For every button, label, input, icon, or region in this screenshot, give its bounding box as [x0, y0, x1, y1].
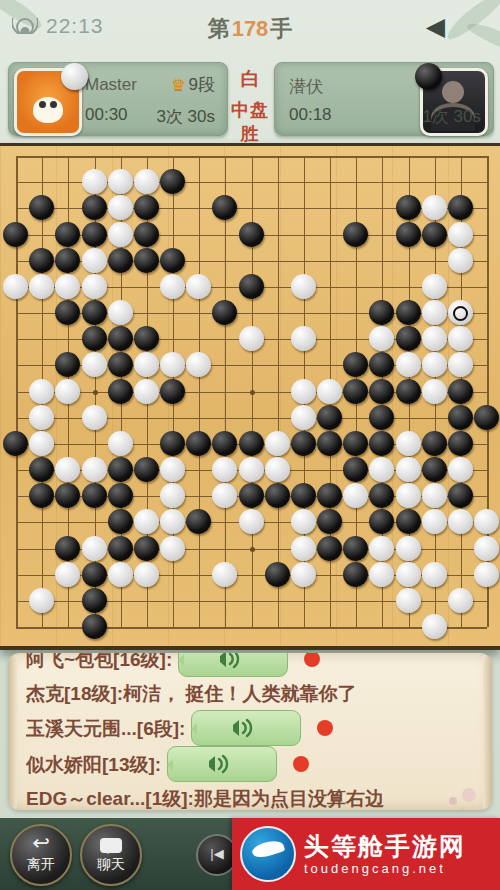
chat-user: 玉溪天元围...: [26, 718, 137, 739]
white-stone: [448, 300, 473, 325]
goban: [0, 143, 500, 650]
black-stone: [82, 195, 107, 220]
white-stone: [369, 457, 394, 482]
black-stone: [82, 562, 107, 587]
black-stone: [82, 222, 107, 247]
rank-crown-icon: ♛: [171, 76, 185, 93]
chat-user-tag: [16级]:: [113, 653, 172, 670]
black-stone: [212, 300, 237, 325]
speaker-waves-icon: [230, 717, 260, 739]
white-stone: [422, 562, 447, 587]
chat-zone: 阿飞~包包[16级]: 杰克[18级]:柯洁， 挺住！人类就靠你了 玉溪天元围.…: [0, 643, 500, 818]
white-stone: [396, 352, 421, 377]
black-player-name: 潜伏: [289, 75, 323, 98]
black-main-time: 00:18: [289, 105, 332, 125]
black-stone: [474, 405, 499, 430]
black-stone: [396, 326, 421, 351]
white-stone: [82, 352, 107, 377]
white-stone: [291, 379, 316, 404]
chat-message: 玉溪天元围...[6段]:: [26, 710, 480, 746]
black-stone: [239, 222, 264, 247]
move-suffix: 手: [270, 16, 292, 41]
game-result: 白 中盘胜: [226, 66, 274, 146]
black-stone: [343, 379, 368, 404]
black-stone: [317, 509, 342, 534]
voice-message-bubble[interactable]: [191, 710, 301, 746]
black-stone: [265, 562, 290, 587]
white-stone: [448, 222, 473, 247]
black-stone: [448, 195, 473, 220]
chat-text: 柯洁， 挺住！人类就靠你了: [123, 683, 356, 704]
white-stone: [55, 274, 80, 299]
black-stone: [134, 222, 159, 247]
leave-arrow-icon: ↩: [12, 830, 70, 856]
chat-messages: 阿飞~包包[16级]: 杰克[18级]:柯洁， 挺住！人类就靠你了 玉溪天元围.…: [26, 653, 480, 810]
black-stone: [3, 431, 28, 456]
white-stone: [29, 431, 54, 456]
white-stone: [291, 326, 316, 351]
white-stone: [448, 248, 473, 273]
black-stone: [317, 431, 342, 456]
black-stone: [212, 195, 237, 220]
move-prefix: 第: [208, 16, 230, 41]
white-stone: [422, 274, 447, 299]
watermark-banner: 头等舱手游网 toudengcang.net: [232, 818, 500, 890]
black-stone: [448, 431, 473, 456]
black-stone: [396, 222, 421, 247]
black-stone: [265, 483, 290, 508]
black-stone: [396, 195, 421, 220]
black-stone: [239, 483, 264, 508]
watermark-logo-icon: [240, 826, 296, 882]
white-stone: [291, 562, 316, 587]
black-stone: [369, 431, 394, 456]
white-player-rank: ♛9段: [171, 73, 215, 96]
white-stone: [317, 379, 342, 404]
black-stone: [448, 379, 473, 404]
chat-user-tag: [13级]:: [102, 754, 161, 775]
black-stone: [396, 379, 421, 404]
white-stone: [448, 509, 473, 534]
black-stone: [212, 431, 237, 456]
black-stone: [448, 405, 473, 430]
black-stone: [82, 588, 107, 613]
black-stone: [422, 222, 447, 247]
white-stone: [291, 405, 316, 430]
black-stone: [343, 431, 368, 456]
white-stone: [422, 300, 447, 325]
white-stone: [422, 195, 447, 220]
white-stone: [369, 326, 394, 351]
white-stone: [160, 274, 185, 299]
chat-message: 似水娇阳[13级]:: [26, 746, 480, 782]
black-stone: [343, 536, 368, 561]
white-stone: [291, 536, 316, 561]
white-stone: [369, 562, 394, 587]
black-stone: [108, 483, 133, 508]
player-panel-black: 潜伏 ♛9段 00:18 1次 30s: [274, 62, 494, 136]
white-stone: [212, 562, 237, 587]
white-stone: [396, 483, 421, 508]
player-bar: Master ♛9段 00:30 3次 30s 白 中盘胜 潜伏 ♛9段 00:…: [0, 54, 500, 142]
black-stone: [317, 536, 342, 561]
white-stone: [474, 536, 499, 561]
chat-user: 阿飞~包包: [26, 653, 113, 670]
white-stone: [160, 483, 185, 508]
black-stone: [29, 483, 54, 508]
white-stone: [422, 614, 447, 639]
black-stone: [134, 536, 159, 561]
black-stone: [82, 614, 107, 639]
black-stone: [396, 300, 421, 325]
back-button[interactable]: ◀: [426, 12, 445, 41]
black-stone: [422, 431, 447, 456]
black-stone: [186, 509, 211, 534]
white-player-name: Master: [85, 75, 137, 95]
white-stone: [29, 405, 54, 430]
white-stone: [396, 431, 421, 456]
white-main-time: 00:30: [85, 105, 128, 125]
black-stone: [239, 274, 264, 299]
white-stone: [55, 457, 80, 482]
white-stone: [422, 326, 447, 351]
white-stone: [239, 326, 264, 351]
white-stone: [265, 431, 290, 456]
white-stone: [186, 274, 211, 299]
white-stone: [448, 588, 473, 613]
white-stone: [396, 536, 421, 561]
white-stone: [108, 222, 133, 247]
black-stone: [422, 457, 447, 482]
black-stone: [55, 536, 80, 561]
white-stone: [448, 326, 473, 351]
black-stone: [55, 483, 80, 508]
white-stone: [396, 588, 421, 613]
black-stone: [55, 300, 80, 325]
white-stone: [160, 457, 185, 482]
blossom-decoration: [462, 788, 476, 802]
speaker-waves-icon: [217, 653, 247, 670]
last-move-marker: [453, 306, 468, 321]
white-stone: [29, 274, 54, 299]
chat-message: EDG～clear...[1级]:那是因为点目没算右边: [26, 782, 480, 810]
chat-user: 杰克: [26, 683, 64, 704]
black-stone: [343, 562, 368, 587]
white-stone: [291, 274, 316, 299]
chat-user-tag: [6段]:: [137, 718, 186, 739]
white-stone-badge-icon: [61, 63, 88, 90]
star-point: [250, 547, 255, 552]
grid-line: [278, 156, 279, 627]
white-stone: [29, 379, 54, 404]
white-stone: [108, 562, 133, 587]
black-stone: [55, 248, 80, 273]
chat-message: 阿飞~包包[16级]:: [26, 653, 480, 677]
black-stone: [134, 457, 159, 482]
black-stone: [186, 431, 211, 456]
black-stone-badge-icon: [415, 63, 442, 90]
move-number: 178: [230, 16, 271, 41]
voice-message-bubble[interactable]: [167, 746, 277, 782]
black-stone: [369, 379, 394, 404]
black-stone: [369, 352, 394, 377]
white-stone: [134, 379, 159, 404]
white-stone: [239, 457, 264, 482]
black-stone: [108, 379, 133, 404]
white-stone: [55, 562, 80, 587]
unread-dot: [293, 756, 309, 772]
status-bar: 22:13 第178手 ◀: [0, 0, 500, 52]
black-stone: [134, 326, 159, 351]
white-stone: [29, 588, 54, 613]
white-stone: [108, 300, 133, 325]
speaker-waves-icon: [206, 753, 236, 775]
leave-button[interactable]: ↩ 离开: [10, 824, 72, 886]
chat-text: 那是因为点目没算右边: [194, 788, 384, 809]
white-stone: [422, 352, 447, 377]
chat-message: 杰克[18级]:柯洁， 挺住！人类就靠你了: [26, 677, 480, 710]
black-stone: [343, 222, 368, 247]
result-winner-color: 白: [226, 66, 274, 92]
black-stone: [160, 379, 185, 404]
black-stone: [55, 352, 80, 377]
black-stone: [160, 248, 185, 273]
white-stone: [291, 509, 316, 534]
black-stone: [396, 509, 421, 534]
black-stone: [108, 509, 133, 534]
white-stone: [212, 483, 237, 508]
watermark-title: 头等舱手游网: [304, 831, 466, 861]
unread-dot: [304, 653, 320, 667]
star-point: [93, 390, 98, 395]
black-stone: [55, 222, 80, 247]
chat-bubble-icon: [82, 830, 140, 856]
white-byoyomi: 3次 30s: [156, 105, 215, 128]
black-stone: [317, 483, 342, 508]
white-stone: [448, 457, 473, 482]
white-stone: [160, 509, 185, 534]
white-stone: [343, 483, 368, 508]
chat-user: EDG～clear...: [26, 788, 145, 809]
white-stone: [55, 379, 80, 404]
black-stone: [291, 483, 316, 508]
white-stone: [474, 562, 499, 587]
chat-button[interactable]: 聊天: [80, 824, 142, 886]
white-stone: [82, 248, 107, 273]
white-stone: [160, 536, 185, 561]
black-stone: [108, 536, 133, 561]
black-stone: [160, 169, 185, 194]
white-stone: [108, 431, 133, 456]
chat-user: 似水娇阳: [26, 754, 102, 775]
white-stone: [422, 509, 447, 534]
white-stone: [474, 509, 499, 534]
white-stone: [422, 379, 447, 404]
white-stone: [186, 352, 211, 377]
white-stone: [134, 169, 159, 194]
white-stone: [396, 562, 421, 587]
black-stone: [29, 248, 54, 273]
white-stone: [160, 352, 185, 377]
black-stone: [134, 195, 159, 220]
white-stone: [134, 562, 159, 587]
white-stone: [3, 274, 28, 299]
black-stone: [108, 326, 133, 351]
watermark-domain: toudengcang.net: [304, 861, 466, 877]
white-stone: [82, 274, 107, 299]
black-stone: [291, 431, 316, 456]
bottom-toolbar: ↩ 离开 聊天 |◀ 头等舱手游网 toudengcang.net: [0, 818, 500, 890]
white-stone: [448, 352, 473, 377]
player-panel-white: Master ♛9段 00:30 3次 30s: [8, 62, 228, 136]
black-stone: [134, 248, 159, 273]
result-text: 中盘胜: [226, 98, 274, 146]
chat-label: 聊天: [82, 856, 140, 872]
black-stone: [317, 405, 342, 430]
chat-user-tag: [1级]:: [145, 788, 194, 809]
black-stone: [343, 457, 368, 482]
leave-label: 离开: [12, 856, 70, 872]
black-stone: [29, 195, 54, 220]
black-stone: [3, 222, 28, 247]
chat-scroll-paper[interactable]: 阿飞~包包[16级]: 杰克[18级]:柯洁， 挺住！人类就靠你了 玉溪天元围.…: [8, 653, 492, 810]
black-stone: [343, 352, 368, 377]
black-stone: [108, 248, 133, 273]
white-stone: [82, 536, 107, 561]
white-stone: [422, 483, 447, 508]
star-point: [250, 390, 255, 395]
white-stone: [239, 509, 264, 534]
white-stone: [82, 405, 107, 430]
white-stone: [82, 457, 107, 482]
white-stone: [212, 457, 237, 482]
black-byoyomi: 1次 30s: [422, 105, 481, 128]
white-stone: [265, 457, 290, 482]
unread-dot: [317, 720, 333, 736]
black-stone: [369, 300, 394, 325]
black-stone: [369, 405, 394, 430]
white-stone: [108, 169, 133, 194]
black-stone: [29, 457, 54, 482]
black-stone: [82, 483, 107, 508]
black-stone: [448, 483, 473, 508]
chat-user-tag: [18级]:: [64, 683, 123, 704]
black-stone: [82, 326, 107, 351]
white-stone: [82, 169, 107, 194]
black-stone: [160, 431, 185, 456]
white-stone: [108, 195, 133, 220]
black-stone: [108, 352, 133, 377]
voice-message-bubble[interactable]: [178, 653, 288, 677]
black-stone: [82, 300, 107, 325]
black-stone: [369, 483, 394, 508]
black-stone: [108, 457, 133, 482]
white-stone: [134, 509, 159, 534]
black-stone: [239, 431, 264, 456]
white-stone: [134, 352, 159, 377]
black-stone: [369, 509, 394, 534]
white-stone: [369, 536, 394, 561]
white-stone: [396, 457, 421, 482]
